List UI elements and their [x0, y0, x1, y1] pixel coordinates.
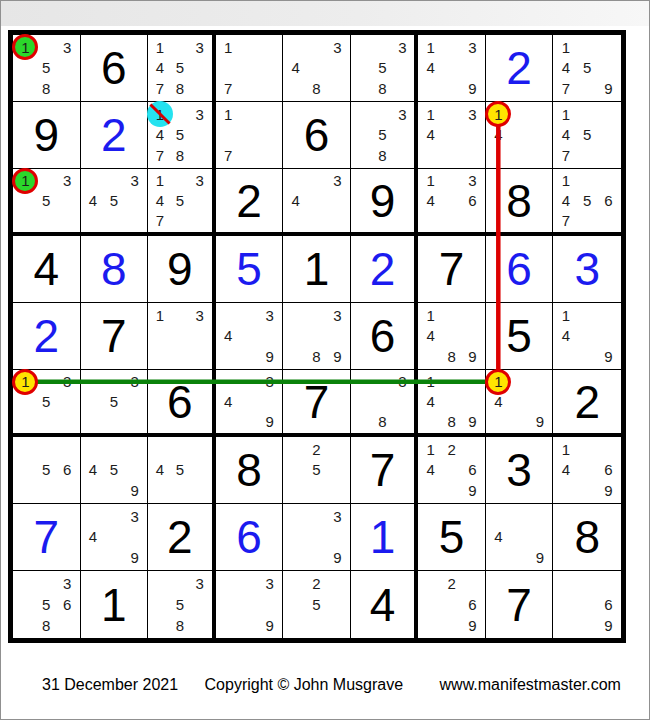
- given-digit: 3: [506, 447, 532, 493]
- cell-r1c2[interactable]: 6: [81, 35, 149, 102]
- cell-r6c9[interactable]: 2: [553, 370, 621, 437]
- cell-r9c9[interactable]: 69: [553, 571, 621, 638]
- cell-r7c8[interactable]: 3: [486, 437, 554, 504]
- pencil-marks: 35: [83, 372, 146, 431]
- candidate-9: 9: [124, 480, 145, 501]
- pencil-marks: 14: [488, 104, 551, 166]
- given-digit: 7: [304, 379, 330, 425]
- cell-r8c6[interactable]: 1: [351, 504, 419, 571]
- cell-r1c7[interactable]: 1349: [418, 35, 486, 102]
- cell-r2c5[interactable]: 6: [283, 102, 351, 169]
- candidate-9: 9: [327, 547, 348, 568]
- candidate-1-circled-cyan: 1: [150, 104, 170, 125]
- cell-r6c3[interactable]: 6: [148, 370, 216, 437]
- candidate-5: 5: [577, 58, 598, 79]
- candidate-9: 9: [462, 346, 483, 367]
- cell-r4c9[interactable]: 3: [553, 236, 621, 303]
- candidate-1-circled-green: 1: [15, 171, 36, 191]
- pencil-marks: 17: [218, 37, 281, 99]
- cell-r6c5[interactable]: 7: [283, 370, 351, 437]
- pencil-marks: 1346: [420, 171, 483, 230]
- candidate-1: 1: [218, 37, 239, 58]
- candidate-5: 5: [306, 594, 327, 615]
- candidate-5: 5: [36, 392, 57, 412]
- candidate-4: 4: [420, 392, 441, 412]
- given-digit: 9: [33, 112, 59, 158]
- candidate-8: 8: [441, 411, 462, 431]
- pencil-marks: 389: [285, 305, 348, 367]
- pencil-marks: 3568: [15, 573, 78, 636]
- sudoku-board-wrap: 1358613457817348358134921457992134578176…: [8, 30, 626, 643]
- candidate-8: 8: [441, 346, 462, 367]
- candidate-8: 8: [306, 346, 327, 367]
- candidate-1: 1: [420, 305, 441, 326]
- candidate-4: 4: [555, 125, 576, 146]
- cell-r9c5[interactable]: 25: [283, 571, 351, 638]
- candidate-1-circled-yellow: 1: [488, 372, 509, 392]
- cell-r6c2[interactable]: 35: [81, 370, 149, 437]
- candidate-4: 4: [83, 191, 104, 211]
- candidate-5: 5: [36, 58, 57, 79]
- cell-r9c8[interactable]: 7: [486, 571, 554, 638]
- candidate-8: 8: [373, 78, 393, 99]
- cell-r1c4[interactable]: 17: [216, 35, 284, 102]
- candidate-8: 8: [170, 145, 190, 166]
- candidate-9: 9: [462, 411, 483, 431]
- pencil-marks: 358: [353, 37, 413, 99]
- given-digit: 1: [101, 582, 127, 628]
- cell-r7c6[interactable]: 7: [351, 437, 419, 504]
- given-digit: 8: [506, 178, 532, 224]
- candidate-6: 6: [598, 460, 619, 481]
- candidate-4: 4: [285, 58, 306, 79]
- candidate-4: 4: [488, 527, 509, 548]
- pencil-marks: 34: [285, 171, 348, 230]
- cell-r1c1[interactable]: 1358: [13, 35, 81, 102]
- cell-r7c5[interactable]: 25: [283, 437, 351, 504]
- candidate-5: 5: [577, 125, 598, 146]
- candidate-9: 9: [598, 78, 619, 99]
- pencil-marks: 25: [285, 573, 348, 636]
- candidate-9: 9: [462, 480, 483, 501]
- candidate-3: 3: [462, 171, 483, 191]
- cell-r4c7[interactable]: 7: [418, 236, 486, 303]
- candidate-6: 6: [462, 594, 483, 615]
- cell-r5c5[interactable]: 389: [283, 303, 351, 370]
- given-digit: 6: [304, 112, 330, 158]
- given-digit: 7: [370, 447, 396, 493]
- cell-r8c9[interactable]: 8: [553, 504, 621, 571]
- pencil-marks: 12469: [420, 439, 483, 501]
- solved-digit: 2: [506, 45, 532, 91]
- candidate-3: 3: [124, 171, 145, 191]
- cell-r1c9[interactable]: 14579: [553, 35, 621, 102]
- pencil-marks: 13: [150, 305, 210, 367]
- footer: 31 December 2021 Copyright © John Musgra…: [42, 676, 642, 694]
- cell-r3c9[interactable]: 14567: [553, 169, 621, 236]
- candidate-3: 3: [462, 37, 483, 58]
- cell-r7c2[interactable]: 459: [81, 437, 149, 504]
- candidate-8: 8: [373, 411, 393, 431]
- pencil-marks: 39: [218, 573, 281, 636]
- given-digit: 6: [167, 379, 193, 425]
- pencil-marks: 56: [15, 439, 78, 501]
- pencil-marks: 358: [150, 573, 210, 636]
- candidate-9: 9: [530, 547, 551, 568]
- candidate-3: 3: [124, 372, 145, 392]
- candidate-5: 5: [36, 594, 57, 615]
- candidate-1: 1: [420, 372, 441, 392]
- candidate-5: 5: [103, 191, 124, 211]
- candidate-6: 6: [598, 191, 619, 211]
- pencil-marks: 49: [488, 506, 551, 568]
- candidate-1: 1: [555, 439, 576, 460]
- solved-digit: 6: [506, 246, 532, 292]
- candidate-9: 9: [259, 411, 280, 431]
- cell-r3c4[interactable]: 2: [216, 169, 284, 236]
- given-digit: 7: [101, 313, 127, 359]
- cell-r4c5[interactable]: 1: [283, 236, 351, 303]
- cell-r2c9[interactable]: 1457: [553, 102, 621, 169]
- candidate-5: 5: [373, 125, 393, 146]
- solved-digit: 1: [370, 514, 396, 560]
- candidate-5: 5: [306, 460, 327, 481]
- given-digit: 1: [304, 246, 330, 292]
- candidate-3: 3: [190, 104, 210, 125]
- candidate-1: 1: [420, 171, 441, 191]
- candidate-9: 9: [598, 480, 619, 501]
- candidate-9: 9: [259, 346, 280, 367]
- cell-r6c7[interactable]: 1489: [418, 370, 486, 437]
- candidate-3: 3: [259, 573, 280, 594]
- candidate-3: 3: [57, 37, 78, 58]
- candidate-5: 5: [170, 594, 190, 615]
- pencil-marks: 349: [83, 506, 146, 568]
- given-digit: 8: [236, 447, 262, 493]
- candidate-3: 3: [327, 305, 348, 326]
- given-digit: 4: [370, 582, 396, 628]
- candidate-3: 3: [259, 305, 280, 326]
- candidate-5: 5: [170, 191, 190, 211]
- candidate-9: 9: [598, 346, 619, 367]
- copyright-text: Copyright © John Musgrave: [205, 676, 404, 693]
- candidate-1: 1: [150, 305, 170, 326]
- candidate-5: 5: [170, 460, 190, 481]
- pencil-marks: 39: [285, 506, 348, 568]
- cell-r8c1[interactable]: 7: [13, 504, 81, 571]
- candidate-3: 3: [190, 305, 210, 326]
- candidate-9: 9: [530, 411, 551, 431]
- candidate-4: 4: [555, 326, 576, 347]
- pencil-marks: 135: [15, 372, 78, 431]
- given-digit: 6: [101, 45, 127, 91]
- cell-r9c3[interactable]: 358: [148, 571, 216, 638]
- cell-r1c5[interactable]: 348: [283, 35, 351, 102]
- given-digit: 9: [370, 178, 396, 224]
- candidate-4: 4: [285, 191, 306, 211]
- candidate-4: 4: [150, 191, 170, 211]
- cell-r8c2[interactable]: 349: [81, 504, 149, 571]
- candidate-9: 9: [124, 547, 145, 568]
- cell-r6c6[interactable]: 38: [351, 370, 419, 437]
- candidate-1: 1: [150, 37, 170, 58]
- cell-r2c3[interactable]: 134578: [148, 102, 216, 169]
- cell-r6c4[interactable]: 349: [216, 370, 284, 437]
- candidate-2: 2: [441, 573, 462, 594]
- solved-digit: 8: [101, 246, 127, 292]
- candidate-8: 8: [36, 615, 57, 636]
- candidate-4: 4: [218, 392, 239, 412]
- candidate-6: 6: [57, 594, 78, 615]
- cell-r5c2[interactable]: 7: [81, 303, 149, 370]
- pencil-marks: 1349: [420, 37, 483, 99]
- cell-r2c7[interactable]: 134: [418, 102, 486, 169]
- candidate-4: 4: [218, 326, 239, 347]
- cell-r7c1[interactable]: 56: [13, 437, 81, 504]
- candidate-3: 3: [462, 104, 483, 125]
- solved-digit: 2: [101, 112, 127, 158]
- candidate-3: 3: [392, 37, 412, 58]
- candidate-4: 4: [150, 460, 170, 481]
- candidate-1: 1: [555, 104, 576, 125]
- candidate-1-circled-green: 1: [15, 37, 36, 58]
- cell-r5c9[interactable]: 149: [553, 303, 621, 370]
- candidate-5: 5: [373, 58, 393, 79]
- candidate-3: 3: [190, 573, 210, 594]
- cell-r5c4[interactable]: 349: [216, 303, 284, 370]
- pencil-marks: 1358: [15, 37, 78, 99]
- cell-r2c8[interactable]: 14: [486, 102, 554, 169]
- candidate-4: 4: [420, 58, 441, 79]
- pencil-marks: 1489: [420, 305, 483, 367]
- cell-r8c5[interactable]: 39: [283, 504, 351, 571]
- candidate-6: 6: [598, 594, 619, 615]
- cell-r3c5[interactable]: 34: [283, 169, 351, 236]
- candidate-3: 3: [259, 372, 280, 392]
- candidate-8: 8: [306, 78, 327, 99]
- cell-r9c6[interactable]: 4: [351, 571, 419, 638]
- candidate-1-circled-yellow: 1: [488, 104, 509, 125]
- cell-r7c7[interactable]: 12469: [418, 437, 486, 504]
- pencil-marks: 134: [420, 104, 483, 166]
- candidate-4: 4: [420, 460, 441, 481]
- pencil-marks: 45: [150, 439, 210, 501]
- candidate-4: 4: [555, 460, 576, 481]
- cell-r9c1[interactable]: 3568: [13, 571, 81, 638]
- solved-digit: 2: [370, 246, 396, 292]
- cell-r1c3[interactable]: 134578: [148, 35, 216, 102]
- candidate-5: 5: [36, 191, 57, 211]
- candidate-3: 3: [327, 37, 348, 58]
- candidate-3: 3: [57, 171, 78, 191]
- cell-r8c8[interactable]: 49: [486, 504, 554, 571]
- candidate-5: 5: [577, 191, 598, 211]
- pencil-marks: 149: [555, 305, 619, 367]
- cell-r7c9[interactable]: 1469: [553, 437, 621, 504]
- cell-r2c6[interactable]: 358: [351, 102, 419, 169]
- given-digit: 2: [167, 514, 193, 560]
- candidate-1: 1: [420, 37, 441, 58]
- cell-r3c1[interactable]: 135: [13, 169, 81, 236]
- candidate-4: 4: [150, 58, 170, 79]
- solved-digit: 7: [33, 514, 59, 560]
- candidate-1-circled-yellow: 1: [15, 372, 36, 392]
- candidate-2: 2: [306, 439, 327, 460]
- candidate-7: 7: [555, 78, 576, 99]
- pencil-marks: 14579: [555, 37, 619, 99]
- candidate-6: 6: [57, 460, 78, 481]
- candidate-4: 4: [150, 125, 170, 146]
- candidate-3: 3: [124, 506, 145, 527]
- pencil-marks: 134578: [150, 37, 210, 99]
- given-digit: 7: [439, 246, 465, 292]
- candidate-3: 3: [392, 104, 412, 125]
- given-digit: 6: [370, 313, 396, 359]
- pencil-marks: 14567: [555, 171, 619, 230]
- cell-r3c6[interactable]: 9: [351, 169, 419, 236]
- candidate-3: 3: [57, 573, 78, 594]
- solved-digit: 5: [236, 246, 262, 292]
- given-digit: 4: [33, 246, 59, 292]
- cell-r7c4[interactable]: 8: [216, 437, 284, 504]
- cell-r4c6[interactable]: 2: [351, 236, 419, 303]
- pencil-marks: 459: [83, 439, 146, 501]
- candidate-4: 4: [555, 58, 576, 79]
- pencil-marks: 1489: [420, 372, 483, 431]
- candidate-7: 7: [218, 78, 239, 99]
- cell-r4c3[interactable]: 9: [148, 236, 216, 303]
- given-digit: 2: [574, 379, 600, 425]
- candidate-2: 2: [306, 573, 327, 594]
- cell-r9c4[interactable]: 39: [216, 571, 284, 638]
- pencil-marks: 38: [353, 372, 413, 431]
- pencil-marks: 1457: [555, 104, 619, 166]
- cell-r6c1[interactable]: 135: [13, 370, 81, 437]
- candidate-7: 7: [150, 78, 170, 99]
- pencil-marks: 348: [285, 37, 348, 99]
- candidate-5: 5: [103, 392, 124, 412]
- candidate-8: 8: [170, 78, 190, 99]
- cell-r5c6[interactable]: 6: [351, 303, 419, 370]
- candidate-4: 4: [83, 527, 104, 548]
- given-digit: 9: [167, 246, 193, 292]
- pencil-marks: 149: [488, 372, 551, 431]
- candidate-7: 7: [555, 210, 576, 230]
- pencil-marks: 358: [353, 104, 413, 166]
- cell-r9c7[interactable]: 269: [418, 571, 486, 638]
- given-digit: 2: [236, 178, 262, 224]
- candidate-8: 8: [373, 145, 393, 166]
- cell-r2c4[interactable]: 17: [216, 102, 284, 169]
- cell-r5c7[interactable]: 1489: [418, 303, 486, 370]
- cell-r4c2[interactable]: 8: [81, 236, 149, 303]
- pencil-marks: 135: [15, 171, 78, 230]
- candidate-5: 5: [36, 460, 57, 481]
- candidate-9: 9: [259, 615, 280, 636]
- solved-digit: 6: [236, 514, 262, 560]
- candidate-1: 1: [420, 439, 441, 460]
- pencil-marks: 25: [285, 439, 348, 501]
- solved-digit: 3: [574, 246, 600, 292]
- pencil-marks: 349: [218, 372, 281, 431]
- cell-r3c8[interactable]: 8: [486, 169, 554, 236]
- pencil-marks: 13457: [150, 171, 210, 230]
- candidate-5: 5: [103, 460, 124, 481]
- candidate-1: 1: [218, 104, 239, 125]
- cell-r2c2[interactable]: 2: [81, 102, 149, 169]
- page: 1358613457817348358134921457992134578176…: [0, 0, 650, 720]
- candidate-8: 8: [36, 78, 57, 99]
- candidate-3: 3: [190, 37, 210, 58]
- candidate-9: 9: [598, 615, 619, 636]
- candidate-4: 4: [420, 326, 441, 347]
- candidate-9: 9: [327, 346, 348, 367]
- website-url: www.manifestmaster.com: [440, 676, 621, 693]
- candidate-7: 7: [150, 145, 170, 166]
- cell-r5c8[interactable]: 5: [486, 303, 554, 370]
- cell-r4c1[interactable]: 4: [13, 236, 81, 303]
- solved-digit: 2: [33, 313, 59, 359]
- cell-r4c8[interactable]: 6: [486, 236, 554, 303]
- cell-r1c8[interactable]: 2: [486, 35, 554, 102]
- puzzle-date: 31 December 2021: [42, 676, 178, 693]
- pencil-marks: 69: [555, 573, 619, 636]
- sudoku-board: 1358613457817348358134921457992134578176…: [8, 30, 626, 643]
- cell-r8c7[interactable]: 5: [418, 504, 486, 571]
- candidate-1: 1: [150, 171, 170, 191]
- candidate-9: 9: [462, 615, 483, 636]
- candidate-3: 3: [327, 506, 348, 527]
- cell-r5c3[interactable]: 13: [148, 303, 216, 370]
- cell-r8c3[interactable]: 2: [148, 504, 216, 571]
- candidate-6: 6: [462, 191, 483, 211]
- cell-r5c1[interactable]: 2: [13, 303, 81, 370]
- cell-r9c2[interactable]: 1: [81, 571, 149, 638]
- candidate-1: 1: [555, 37, 576, 58]
- candidate-3: 3: [392, 372, 412, 392]
- candidate-4: 4: [488, 125, 509, 146]
- cell-r2c1[interactable]: 9: [13, 102, 81, 169]
- candidate-8: 8: [170, 615, 190, 636]
- cell-r6c8[interactable]: 149: [486, 370, 554, 437]
- cell-r1c6[interactable]: 358: [351, 35, 419, 102]
- candidate-4: 4: [555, 191, 576, 211]
- candidate-5: 5: [170, 58, 190, 79]
- given-digit: 5: [439, 514, 465, 560]
- candidate-2: 2: [441, 439, 462, 460]
- candidate-4: 4: [420, 191, 441, 211]
- candidate-7: 7: [555, 145, 576, 166]
- cell-r7c3[interactable]: 45: [148, 437, 216, 504]
- given-digit: 5: [506, 313, 532, 359]
- cell-r3c3[interactable]: 13457: [148, 169, 216, 236]
- pencil-marks: 269: [420, 573, 483, 636]
- pencil-marks: 349: [218, 305, 281, 367]
- cell-r3c2[interactable]: 345: [81, 169, 149, 236]
- cell-r3c7[interactable]: 1346: [418, 169, 486, 236]
- pencil-marks: 17: [218, 104, 281, 166]
- pencil-marks: 134578: [150, 104, 210, 166]
- candidate-3: 3: [327, 171, 348, 191]
- candidate-3: 3: [57, 372, 78, 392]
- window-chrome-strip: [1, 1, 649, 26]
- candidate-7: 7: [150, 210, 170, 230]
- candidate-6: 6: [462, 460, 483, 481]
- cell-r8c4[interactable]: 6: [216, 504, 284, 571]
- candidate-4: 4: [420, 125, 441, 146]
- cell-r4c4[interactable]: 5: [216, 236, 284, 303]
- candidate-9: 9: [462, 78, 483, 99]
